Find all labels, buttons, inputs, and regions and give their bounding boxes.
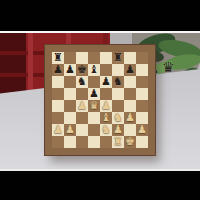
- square-d3[interactable]: [88, 112, 100, 124]
- square-b4[interactable]: [64, 100, 76, 112]
- square-h7[interactable]: [136, 64, 148, 76]
- white-queen: ♛: [89, 100, 99, 112]
- square-h5[interactable]: [136, 88, 148, 100]
- square-e6[interactable]: ♟: [100, 76, 112, 88]
- square-c4[interactable]: ♟: [76, 100, 88, 112]
- chess-board-grid: ♜♜♟♟♚♝♟♞♟♞♟♟♛♟♝♞♟♟♟♞♟♟♜♚: [52, 52, 148, 148]
- black-bishop: ♝: [89, 64, 99, 76]
- square-d7[interactable]: ♝: [88, 64, 100, 76]
- square-f5[interactable]: [112, 88, 124, 100]
- letterbox-top-bar: [0, 0, 200, 33]
- square-f8[interactable]: ♜: [112, 52, 124, 64]
- chess-board: ♜♜♟♟♚♝♟♞♟♞♟♟♛♟♝♞♟♟♟♞♟♟♜♚: [45, 45, 155, 155]
- square-c1[interactable]: [76, 136, 88, 148]
- square-b1[interactable]: [64, 136, 76, 148]
- square-a1[interactable]: [52, 136, 64, 148]
- square-c3[interactable]: [76, 112, 88, 124]
- black-knight: ♞: [77, 76, 87, 88]
- captured-pieces: ♟♛: [150, 49, 196, 75]
- square-h1[interactable]: [136, 136, 148, 148]
- square-g6[interactable]: [124, 76, 136, 88]
- square-h2[interactable]: ♟: [136, 124, 148, 136]
- white-king: ♚: [125, 136, 135, 148]
- square-g7[interactable]: ♟: [124, 64, 136, 76]
- screenshot-frame: ♟♛ ♜♜♟♟♚♝♟♞♟♞♟♟♛♟♝♞♟♟♟♞♟♟♜♚: [0, 0, 200, 200]
- square-a6[interactable]: [52, 76, 64, 88]
- square-h6[interactable]: [136, 76, 148, 88]
- white-pawn: ♟: [125, 112, 135, 124]
- white-pawn: ♟: [77, 100, 87, 112]
- square-c6[interactable]: ♞: [76, 76, 88, 88]
- letterbox-bottom-bar: [0, 169, 200, 200]
- captured-black-queen: ♛: [162, 59, 175, 75]
- square-b5[interactable]: [64, 88, 76, 100]
- square-c2[interactable]: [76, 124, 88, 136]
- square-e8[interactable]: [100, 52, 112, 64]
- shelf-interior-shadow: [0, 33, 26, 97]
- white-pawn: ♟: [53, 124, 63, 136]
- black-rook: ♜: [113, 52, 123, 64]
- white-rook: ♜: [113, 136, 123, 148]
- square-a2[interactable]: ♟: [52, 124, 64, 136]
- white-knight: ♞: [101, 124, 111, 136]
- square-b2[interactable]: ♟: [64, 124, 76, 136]
- white-pawn: ♟: [65, 124, 75, 136]
- square-a7[interactable]: ♟: [52, 64, 64, 76]
- square-b6[interactable]: [64, 76, 76, 88]
- white-pawn: ♟: [137, 124, 147, 136]
- black-pawn: ♟: [125, 64, 135, 76]
- black-pawn: ♟: [101, 76, 111, 88]
- square-h4[interactable]: [136, 100, 148, 112]
- black-knight: ♞: [113, 76, 123, 88]
- photo-scene: ♟♛ ♜♜♟♟♚♝♟♞♟♞♟♟♛♟♝♞♟♟♟♞♟♟♜♚: [0, 33, 200, 169]
- square-f1[interactable]: ♜: [112, 136, 124, 148]
- shelf-post: [28, 33, 33, 97]
- black-pawn: ♟: [65, 64, 75, 76]
- square-d2[interactable]: [88, 124, 100, 136]
- square-f6[interactable]: ♞: [112, 76, 124, 88]
- square-e2[interactable]: ♞: [100, 124, 112, 136]
- square-h8[interactable]: [136, 52, 148, 64]
- square-g3[interactable]: ♟: [124, 112, 136, 124]
- square-d4[interactable]: ♛: [88, 100, 100, 112]
- square-a5[interactable]: [52, 88, 64, 100]
- square-a4[interactable]: [52, 100, 64, 112]
- square-b7[interactable]: ♟: [64, 64, 76, 76]
- square-g5[interactable]: [124, 88, 136, 100]
- square-d1[interactable]: [88, 136, 100, 148]
- square-g1[interactable]: ♚: [124, 136, 136, 148]
- square-e1[interactable]: [100, 136, 112, 148]
- black-pawn: ♟: [53, 64, 63, 76]
